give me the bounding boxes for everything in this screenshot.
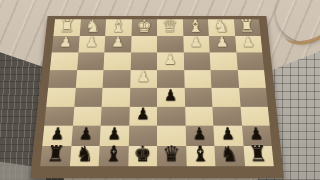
square-e8: ♚ — [128, 146, 157, 167]
piece-black-pawn: ♟ — [192, 125, 206, 142]
piece-white-pawn: ♟ — [215, 35, 229, 49]
piece-black-bishop: ♝ — [104, 143, 122, 164]
square-b8: ♞ — [214, 146, 244, 167]
square-a1: ♜ — [233, 19, 260, 35]
square-d2 — [157, 36, 183, 53]
piece-white-king: ♚ — [136, 17, 152, 34]
square-d5: ♟ — [157, 88, 185, 107]
square-a4 — [237, 70, 266, 88]
piece-black-knight: ♞ — [75, 143, 94, 164]
piece-white-pawn: ♟ — [241, 35, 255, 49]
piece-white-pawn: ♟ — [59, 35, 73, 49]
square-b3 — [210, 52, 238, 69]
piece-white-bishop: ♝ — [110, 17, 126, 34]
piece-white-pawn: ♟ — [137, 70, 150, 85]
piece-white-pawn: ♟ — [85, 35, 99, 49]
piece-white-queen: ♛ — [162, 17, 178, 34]
square-h7: ♟ — [42, 126, 72, 146]
square-e3 — [130, 52, 157, 69]
piece-black-pawn: ♟ — [164, 88, 178, 103]
square-f3 — [103, 52, 130, 69]
square-e2 — [131, 36, 157, 53]
square-b4 — [211, 70, 239, 88]
square-h3 — [50, 52, 78, 69]
square-g3 — [77, 52, 105, 69]
square-h1: ♜ — [53, 19, 80, 35]
square-f6 — [101, 106, 130, 125]
piece-black-pawn: ♟ — [249, 125, 264, 142]
square-e4: ♟ — [130, 70, 157, 88]
square-e5 — [129, 88, 157, 107]
square-d8: ♛ — [157, 146, 186, 167]
board-perspective-wrapper: ♜♞♝♚♛♝♞♜♟♟♟♟♟♟♟♟♟♟♟♟♟♟♟♟♜♞♝♚♛♝♞♜ — [30, 16, 284, 178]
piece-black-pawn: ♟ — [107, 125, 121, 142]
piece-black-rook: ♜ — [46, 143, 65, 164]
piece-white-pawn: ♟ — [111, 35, 124, 49]
piece-black-king: ♚ — [134, 143, 152, 164]
piece-black-queen: ♛ — [163, 143, 181, 164]
piece-black-pawn: ♟ — [136, 106, 150, 122]
piece-black-pawn: ♟ — [221, 125, 236, 142]
square-b6 — [212, 106, 241, 125]
square-d4 — [157, 70, 184, 88]
square-c6 — [185, 106, 214, 125]
square-g6 — [72, 106, 101, 125]
piece-white-knight: ♞ — [213, 17, 230, 34]
square-d6 — [157, 106, 185, 125]
square-h4 — [48, 70, 77, 88]
square-h2: ♟ — [52, 36, 80, 53]
square-g1: ♞ — [79, 19, 106, 35]
square-f7: ♟ — [100, 126, 129, 146]
square-g7: ♟ — [71, 126, 101, 146]
square-b2: ♟ — [209, 36, 236, 53]
square-c5 — [184, 88, 212, 107]
square-c2: ♟ — [183, 36, 210, 53]
piece-white-pawn: ♟ — [164, 52, 177, 66]
square-c1: ♝ — [182, 19, 208, 35]
square-a3 — [236, 52, 264, 69]
square-g8: ♞ — [69, 146, 99, 167]
square-c7: ♟ — [185, 126, 214, 146]
square-a2: ♟ — [235, 36, 263, 53]
square-c3 — [183, 52, 210, 69]
square-d7 — [157, 126, 186, 146]
square-c4 — [184, 70, 212, 88]
square-g2: ♟ — [78, 36, 105, 53]
square-b7: ♟ — [213, 126, 243, 146]
piece-black-bishop: ♝ — [191, 143, 209, 164]
piece-white-rook: ♜ — [59, 17, 76, 34]
square-f2: ♟ — [104, 36, 131, 53]
square-e1: ♚ — [131, 19, 157, 35]
piece-white-rook: ♜ — [238, 17, 255, 34]
chessboard-photo: ♜♞♝♚♛♝♞♜♟♟♟♟♟♟♟♟♟♟♟♟♟♟♟♟♜♞♝♚♛♝♞♜ — [0, 0, 320, 180]
piece-white-knight: ♞ — [84, 17, 101, 34]
piece-white-bishop: ♝ — [187, 17, 203, 34]
square-d1: ♛ — [157, 19, 183, 35]
square-a5 — [239, 88, 268, 107]
square-a7: ♟ — [242, 126, 272, 146]
square-e6: ♟ — [129, 106, 157, 125]
square-a8: ♜ — [243, 146, 274, 167]
square-b1: ♞ — [208, 19, 235, 35]
square-f4 — [103, 70, 131, 88]
square-f1: ♝ — [105, 19, 131, 35]
square-e7 — [128, 126, 157, 146]
square-f5 — [102, 88, 130, 107]
chess-board: ♜♞♝♚♛♝♞♜♟♟♟♟♟♟♟♟♟♟♟♟♟♟♟♟♜♞♝♚♛♝♞♜ — [30, 16, 284, 178]
square-c8: ♝ — [186, 146, 216, 167]
piece-black-pawn: ♟ — [50, 125, 65, 142]
square-h5 — [46, 88, 75, 107]
square-f8: ♝ — [99, 146, 129, 167]
square-a6 — [240, 106, 270, 125]
square-d3: ♟ — [157, 52, 184, 69]
square-h8: ♜ — [40, 146, 71, 167]
piece-white-pawn: ♟ — [190, 35, 203, 49]
piece-black-pawn: ♟ — [79, 125, 94, 142]
square-h6 — [44, 106, 74, 125]
piece-black-rook: ♜ — [248, 143, 267, 164]
square-g4 — [75, 70, 103, 88]
piece-black-knight: ♞ — [220, 143, 239, 164]
square-g5 — [74, 88, 103, 107]
square-b5 — [211, 88, 240, 107]
